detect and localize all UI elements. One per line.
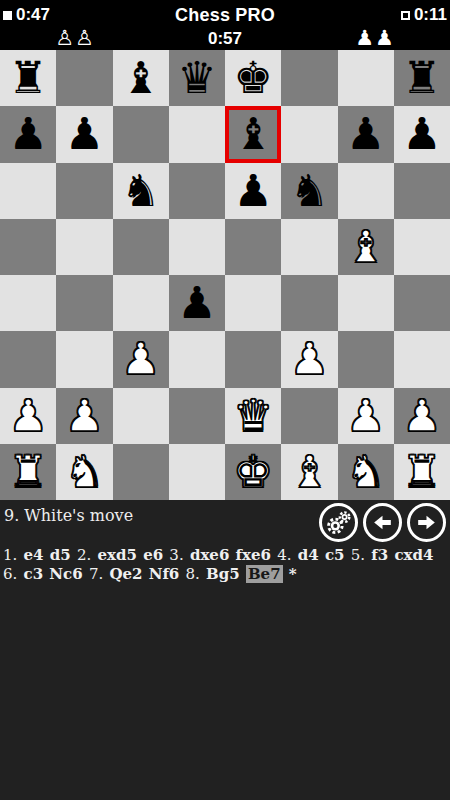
black-knight-f6: ♞ <box>290 169 329 213</box>
black-bishop-e7: ♝ <box>233 112 272 156</box>
settings-button[interactable] <box>319 503 358 542</box>
black-pawn-g7: ♟ <box>346 112 385 156</box>
move-token[interactable]: Qe2 <box>109 565 142 583</box>
black-pawn-d4: ♟ <box>177 281 216 325</box>
square-c2[interactable] <box>113 388 169 444</box>
white-pawn-a2: ♟ <box>8 394 47 438</box>
square-h6[interactable] <box>394 163 450 219</box>
square-d5[interactable] <box>169 219 225 275</box>
black-clock: 0:11 <box>352 5 447 25</box>
black-king-e8: ♚ <box>233 56 272 100</box>
square-h7[interactable]: ♟ <box>394 106 450 162</box>
square-e2[interactable]: ♛ <box>225 388 281 444</box>
status-text: 9. White's move <box>4 503 133 525</box>
square-e3[interactable] <box>225 331 281 387</box>
square-b3[interactable] <box>56 331 112 387</box>
black-knight-c6: ♞ <box>121 169 160 213</box>
nav-controls <box>319 503 446 542</box>
move-list: 1. e4 d5 2. exd5 e6 3. dxe6 fxe6 4. d4 c… <box>0 544 450 586</box>
square-g7[interactable]: ♟ <box>338 106 394 162</box>
move-token[interactable]: 1. <box>3 546 17 564</box>
square-h2[interactable]: ♟ <box>394 388 450 444</box>
black-rook-a8: ♜ <box>8 56 47 100</box>
square-e6[interactable]: ♟ <box>225 163 281 219</box>
square-e7[interactable]: ♝ <box>225 106 281 162</box>
captured-white-pawns: ♙♙ <box>0 28 150 49</box>
square-a4[interactable] <box>0 275 56 331</box>
white-pawn-f3: ♟ <box>290 337 329 381</box>
white-king-e1: ♚ <box>233 450 272 494</box>
black-pawn-icon: ♟ <box>355 26 375 50</box>
black-pawn-e6: ♟ <box>233 169 272 213</box>
square-a8[interactable]: ♜ <box>0 50 56 106</box>
square-a7[interactable]: ♟ <box>0 106 56 162</box>
white-pawn-c3: ♟ <box>121 337 160 381</box>
square-f6[interactable]: ♞ <box>281 163 337 219</box>
square-g8[interactable] <box>338 50 394 106</box>
square-e8[interactable]: ♚ <box>225 50 281 106</box>
move-token[interactable]: e4 <box>24 546 44 564</box>
forward-button[interactable] <box>407 503 446 542</box>
white-pawn-g2: ♟ <box>346 394 385 438</box>
square-g4[interactable] <box>338 275 394 331</box>
white-pawn-icon: ♙ <box>75 26 95 50</box>
square-c8[interactable]: ♝ <box>113 50 169 106</box>
square-g5[interactable]: ♝ <box>338 219 394 275</box>
square-f3[interactable]: ♟ <box>281 331 337 387</box>
square-h4[interactable] <box>394 275 450 331</box>
white-clock-time: 0:47 <box>16 5 50 25</box>
move-token[interactable]: 5. <box>351 546 365 564</box>
back-button[interactable] <box>363 503 402 542</box>
move-token[interactable]: 2. <box>77 546 91 564</box>
square-d7[interactable] <box>169 106 225 162</box>
square-b5[interactable] <box>56 219 112 275</box>
white-rook-h1: ♜ <box>402 450 441 494</box>
square-g6[interactable] <box>338 163 394 219</box>
square-d3[interactable] <box>169 331 225 387</box>
square-e5[interactable] <box>225 219 281 275</box>
move-token[interactable]: cxd4 <box>394 546 433 564</box>
square-d6[interactable] <box>169 163 225 219</box>
square-c4[interactable] <box>113 275 169 331</box>
square-d8[interactable]: ♛ <box>169 50 225 106</box>
square-f1[interactable]: ♝ <box>281 444 337 500</box>
move-token[interactable]: * <box>289 565 297 583</box>
move-token[interactable]: 8. <box>186 565 200 583</box>
square-a2[interactable]: ♟ <box>0 388 56 444</box>
square-b1[interactable]: ♞ <box>56 444 112 500</box>
black-pawn-b7: ♟ <box>65 112 104 156</box>
white-queen-e2: ♛ <box>233 394 272 438</box>
square-e4[interactable] <box>225 275 281 331</box>
white-bishop-f1: ♝ <box>290 450 329 494</box>
move-token[interactable]: c5 <box>325 546 345 564</box>
black-queen-d8: ♛ <box>177 56 216 100</box>
white-pawn-b2: ♟ <box>65 394 104 438</box>
square-f7[interactable] <box>281 106 337 162</box>
square-f8[interactable] <box>281 50 337 106</box>
square-f4[interactable] <box>281 275 337 331</box>
move-token[interactable]: d5 <box>50 546 71 564</box>
white-pawn-icon: ♙ <box>55 26 75 50</box>
square-h1[interactable]: ♜ <box>394 444 450 500</box>
white-pawn-h2: ♟ <box>402 394 441 438</box>
square-d2[interactable] <box>169 388 225 444</box>
black-bishop-c8: ♝ <box>121 56 160 100</box>
square-f2[interactable] <box>281 388 337 444</box>
black-rook-h8: ♜ <box>402 56 441 100</box>
move-token[interactable]: 6. <box>3 565 17 583</box>
square-f5[interactable] <box>281 219 337 275</box>
square-a3[interactable] <box>0 331 56 387</box>
move-token[interactable]: exd5 <box>97 546 136 564</box>
square-b8[interactable] <box>56 50 112 106</box>
square-c7[interactable] <box>113 106 169 162</box>
white-knight-b1: ♞ <box>65 450 104 494</box>
move-token[interactable]: c3 <box>24 565 44 583</box>
outline-square-icon <box>401 11 410 20</box>
square-e1[interactable]: ♚ <box>225 444 281 500</box>
white-clock: 0:47 <box>3 5 98 25</box>
gears-icon <box>325 509 352 536</box>
chess-board: ♜♝♛♚♜♟♟♝♟♟♞♟♞♝♟♟♟♟♟♛♟♟♜♞♚♝♞♜ <box>0 50 450 500</box>
move-token[interactable]: d4 <box>298 546 319 564</box>
square-h3[interactable] <box>394 331 450 387</box>
square-b4[interactable] <box>56 275 112 331</box>
move-token[interactable]: dxe6 <box>190 546 229 564</box>
square-g1[interactable]: ♞ <box>338 444 394 500</box>
white-rook-a1: ♜ <box>8 450 47 494</box>
square-d1[interactable] <box>169 444 225 500</box>
move-token[interactable]: Nc6 <box>49 565 82 583</box>
move-token[interactable]: fxe6 <box>236 546 271 564</box>
square-c6[interactable]: ♞ <box>113 163 169 219</box>
move-token[interactable]: Bg5 <box>206 565 240 583</box>
black-pawn-icon: ♟ <box>375 26 395 50</box>
white-knight-g1: ♞ <box>346 450 385 494</box>
square-a5[interactable] <box>0 219 56 275</box>
filled-square-icon <box>3 11 12 20</box>
white-bishop-g5: ♝ <box>346 225 385 269</box>
square-c5[interactable] <box>113 219 169 275</box>
square-d4[interactable]: ♟ <box>169 275 225 331</box>
square-c3[interactable]: ♟ <box>113 331 169 387</box>
square-h5[interactable] <box>394 219 450 275</box>
square-b6[interactable] <box>56 163 112 219</box>
move-token[interactable]: 7. <box>89 565 103 583</box>
square-g2[interactable]: ♟ <box>338 388 394 444</box>
square-g3[interactable] <box>338 331 394 387</box>
square-b7[interactable]: ♟ <box>56 106 112 162</box>
square-b2[interactable]: ♟ <box>56 388 112 444</box>
captured-black-pawns: ♟♟ <box>300 28 450 49</box>
square-h8[interactable]: ♜ <box>394 50 450 106</box>
left-arrow-icon <box>370 510 395 535</box>
square-c1[interactable] <box>113 444 169 500</box>
app-title: Chess PRO <box>98 5 352 26</box>
move-token[interactable]: 3. <box>169 546 183 564</box>
move-token[interactable]: Nf6 <box>149 565 180 583</box>
black-pawn-h7: ♟ <box>402 112 441 156</box>
top-bar: 0:47 Chess PRO 0:11 ♙♙ 0:57 ♟♟ <box>0 0 450 50</box>
black-pawn-a7: ♟ <box>8 112 47 156</box>
square-a6[interactable] <box>0 163 56 219</box>
square-a1[interactable]: ♜ <box>0 444 56 500</box>
black-clock-time: 0:11 <box>414 5 447 25</box>
move-token[interactable]: 4. <box>277 546 291 564</box>
move-token[interactable]: f3 <box>371 546 388 564</box>
move-token[interactable]: e6 <box>143 546 163 564</box>
move-timer: 0:57 <box>150 29 300 49</box>
right-arrow-icon <box>414 510 439 535</box>
current-move[interactable]: Be7 <box>246 565 283 583</box>
status-bar: 9. White's move <box>0 500 450 544</box>
